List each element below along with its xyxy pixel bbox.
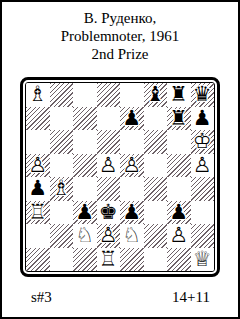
square-h5[interactable]: ♟♙ [191,154,215,178]
square-d6[interactable] [97,130,121,154]
square-h4[interactable] [191,177,215,201]
square-b2[interactable] [50,224,74,248]
square-g1[interactable] [167,248,191,272]
square-b1[interactable] [50,248,74,272]
square-e7[interactable]: ♟ [120,107,144,131]
square-a7[interactable] [26,107,50,131]
black-rook-g7: ♜ [167,107,191,131]
piece-underlay-h6: ♚ [191,130,215,154]
white-pawn-e5: ♙ [120,154,144,178]
white-pawn-d2: ♙ [97,224,121,248]
square-c5[interactable] [73,154,97,178]
square-f5[interactable] [144,154,168,178]
piece-underlay-d5: ♟ [97,154,121,178]
award-line: 2nd Prize [2,45,238,63]
black-pawn-h7: ♟ [191,107,215,131]
square-b8[interactable] [50,83,74,107]
black-pawn-c3: ♟ [73,201,97,225]
square-a2[interactable] [26,224,50,248]
caption-row: s#3 14+11 [2,288,238,307]
stipulation-label: s#3 [31,288,52,307]
square-c4[interactable] [73,177,97,201]
square-h7[interactable]: ♟ [191,107,215,131]
white-bishop-a8: ♗ [26,83,50,107]
square-d1[interactable]: ♜♖ [97,248,121,272]
square-c1[interactable] [73,248,97,272]
piece-underlay-e5: ♟ [120,154,144,178]
black-bishop-f8: ♝ [144,83,168,107]
square-g7[interactable]: ♜ [167,107,191,131]
square-c3[interactable]: ♟ [73,201,97,225]
piece-underlay-a3: ♜ [26,201,50,225]
square-d2[interactable]: ♟♙ [97,224,121,248]
square-d7[interactable] [97,107,121,131]
piece-underlay-h5: ♟ [191,154,215,178]
piece-underlay-a5: ♟ [26,154,50,178]
square-a6[interactable] [26,130,50,154]
square-b3[interactable] [50,201,74,225]
square-g2[interactable]: ♟♙ [167,224,191,248]
square-d8[interactable] [97,83,121,107]
square-c2[interactable]: ♞♘ [73,224,97,248]
black-queen-h8: ♛ [191,83,215,107]
white-queen-h1: ♕ [191,248,215,272]
black-pawn-e7: ♟ [120,107,144,131]
square-d5[interactable]: ♟♙ [97,154,121,178]
black-pawn-e3: ♟ [120,201,144,225]
author-line: В. Руденко, [2,9,238,27]
square-e6[interactable] [120,130,144,154]
square-c7[interactable] [73,107,97,131]
square-g5[interactable] [167,154,191,178]
source-line: Problemnoter, 1961 [2,27,238,45]
square-b6[interactable] [50,130,74,154]
square-h3[interactable] [191,201,215,225]
square-a3[interactable]: ♜♖ [26,201,50,225]
piece-underlay-g2: ♟ [167,224,191,248]
square-d3[interactable]: ♚ [97,201,121,225]
chess-problem-card: В. Руденко, Problemnoter, 1961 2nd Prize… [0,0,240,319]
piece-underlay-e2: ♞ [120,224,144,248]
white-knight-e2: ♘ [120,224,144,248]
square-c8[interactable] [73,83,97,107]
piece-underlay-c2: ♞ [73,224,97,248]
square-f6[interactable] [144,130,168,154]
black-pawn-g3: ♟ [167,201,191,225]
white-rook-a3: ♖ [26,201,50,225]
square-h1[interactable]: ♛♕ [191,248,215,272]
square-e8[interactable] [120,83,144,107]
square-a8[interactable]: ♝♗ [26,83,50,107]
white-rook-d1: ♖ [97,248,121,272]
piece-underlay-a8: ♝ [26,83,50,107]
square-h6[interactable]: ♚♔ [191,130,215,154]
chessboard-frame: ♝♗♝♜♛♟♜♟♚♔♟♙♟♙♟♙♟♙♟♝♗♜♖♟♚♟♟♞♘♟♙♞♘♟♙♜♖♛♕ [20,77,220,277]
square-g6[interactable] [167,130,191,154]
white-pawn-d5: ♙ [97,154,121,178]
square-g3[interactable]: ♟ [167,201,191,225]
black-king-d3: ♚ [97,201,121,225]
square-a1[interactable] [26,248,50,272]
square-e4[interactable] [120,177,144,201]
square-f1[interactable] [144,248,168,272]
square-e1[interactable] [120,248,144,272]
black-rook-g8: ♜ [167,83,191,107]
piece-underlay-h1: ♛ [191,248,215,272]
piece-underlay-b4: ♝ [50,177,74,201]
white-bishop-b4: ♗ [50,177,74,201]
square-h2[interactable] [191,224,215,248]
square-e3[interactable]: ♟ [120,201,144,225]
square-b4[interactable]: ♝♗ [50,177,74,201]
square-a5[interactable]: ♟♙ [26,154,50,178]
square-f8[interactable]: ♝ [144,83,168,107]
square-c6[interactable] [73,130,97,154]
square-h8[interactable]: ♛ [191,83,215,107]
square-b7[interactable] [50,107,74,131]
white-pawn-a5: ♙ [26,154,50,178]
square-b5[interactable] [50,154,74,178]
white-pawn-g2: ♙ [167,224,191,248]
square-f4[interactable] [144,177,168,201]
piece-underlay-d2: ♟ [97,224,121,248]
square-f3[interactable] [144,201,168,225]
square-a4[interactable]: ♟ [26,177,50,201]
chessboard: ♝♗♝♜♛♟♜♟♚♔♟♙♟♙♟♙♟♙♟♝♗♜♖♟♚♟♟♞♘♟♙♞♘♟♙♜♖♛♕ [25,82,215,272]
white-knight-c2: ♘ [73,224,97,248]
piece-underlay-d1: ♜ [97,248,121,272]
square-e2[interactable]: ♞♘ [120,224,144,248]
square-e5[interactable]: ♟♙ [120,154,144,178]
square-f2[interactable] [144,224,168,248]
square-f7[interactable] [144,107,168,131]
black-pawn-a4: ♟ [26,177,50,201]
white-king-h6: ♔ [191,130,215,154]
square-g4[interactable] [167,177,191,201]
square-g8[interactable]: ♜ [167,83,191,107]
square-d4[interactable] [97,177,121,201]
problem-title: В. Руденко, Problemnoter, 1961 2nd Prize [2,2,238,63]
material-count-label: 14+11 [172,288,210,307]
white-pawn-h5: ♙ [191,154,215,178]
